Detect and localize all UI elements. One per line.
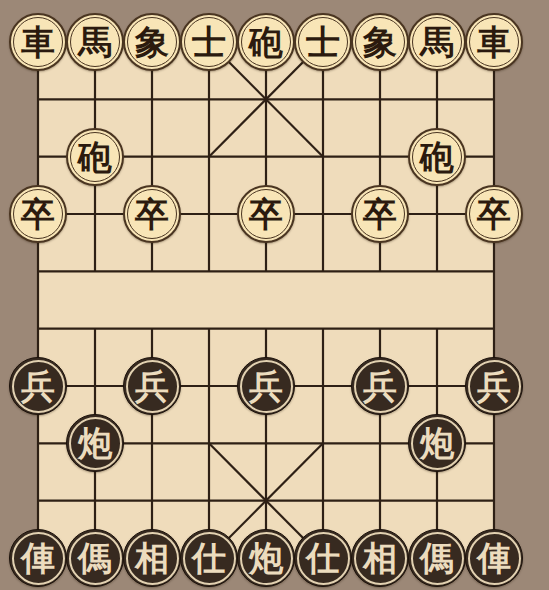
- piece-f10[interactable]: 士: [294, 13, 352, 71]
- piece-glyph: 仕: [306, 541, 340, 575]
- piece-c1[interactable]: 相: [123, 529, 181, 587]
- piece-glyph: 兵: [21, 369, 55, 403]
- piece-h8[interactable]: 砲: [408, 128, 466, 186]
- piece-i4[interactable]: 兵: [465, 357, 523, 415]
- piece-b1[interactable]: 傌: [66, 529, 124, 587]
- piece-glyph: 相: [135, 541, 169, 575]
- xiangqi-board: 車馬象士砲士象馬車砲砲卒卒卒卒卒兵兵兵兵兵炮炮俥傌相仕炮仕相傌俥: [0, 0, 549, 590]
- piece-glyph: 砲: [420, 140, 454, 174]
- piece-g1[interactable]: 相: [351, 529, 409, 587]
- piece-glyph: 卒: [249, 197, 283, 231]
- piece-glyph: 俥: [477, 541, 511, 575]
- piece-c10[interactable]: 象: [123, 13, 181, 71]
- piece-e1[interactable]: 炮: [237, 529, 295, 587]
- piece-d10[interactable]: 士: [180, 13, 238, 71]
- piece-glyph: 象: [135, 25, 169, 59]
- piece-glyph: 砲: [249, 25, 283, 59]
- piece-glyph: 兵: [135, 369, 169, 403]
- piece-glyph: 卒: [135, 197, 169, 231]
- piece-glyph: 士: [192, 25, 226, 59]
- piece-glyph: 炮: [78, 426, 112, 460]
- piece-glyph: 馬: [78, 25, 112, 59]
- piece-glyph: 兵: [477, 369, 511, 403]
- piece-glyph: 俥: [21, 541, 55, 575]
- piece-e4[interactable]: 兵: [237, 357, 295, 415]
- piece-glyph: 卒: [21, 197, 55, 231]
- piece-i1[interactable]: 俥: [465, 529, 523, 587]
- piece-b3[interactable]: 炮: [66, 414, 124, 472]
- piece-glyph: 馬: [420, 25, 454, 59]
- piece-g10[interactable]: 象: [351, 13, 409, 71]
- piece-glyph: 車: [477, 25, 511, 59]
- piece-h1[interactable]: 傌: [408, 529, 466, 587]
- piece-glyph: 炮: [420, 426, 454, 460]
- piece-glyph: 砲: [78, 140, 112, 174]
- piece-a1[interactable]: 俥: [9, 529, 67, 587]
- piece-glyph: 兵: [249, 369, 283, 403]
- piece-glyph: 傌: [78, 541, 112, 575]
- piece-a7[interactable]: 卒: [9, 185, 67, 243]
- piece-a4[interactable]: 兵: [9, 357, 67, 415]
- piece-glyph: 象: [363, 25, 397, 59]
- piece-glyph: 兵: [363, 369, 397, 403]
- piece-glyph: 車: [21, 25, 55, 59]
- piece-e7[interactable]: 卒: [237, 185, 295, 243]
- piece-h3[interactable]: 炮: [408, 414, 466, 472]
- piece-glyph: 炮: [249, 541, 283, 575]
- piece-i7[interactable]: 卒: [465, 185, 523, 243]
- piece-e10[interactable]: 砲: [237, 13, 295, 71]
- piece-a10[interactable]: 車: [9, 13, 67, 71]
- piece-d1[interactable]: 仕: [180, 529, 238, 587]
- piece-i10[interactable]: 車: [465, 13, 523, 71]
- piece-glyph: 傌: [420, 541, 454, 575]
- piece-glyph: 仕: [192, 541, 226, 575]
- piece-f1[interactable]: 仕: [294, 529, 352, 587]
- piece-c4[interactable]: 兵: [123, 357, 181, 415]
- piece-glyph: 相: [363, 541, 397, 575]
- piece-g7[interactable]: 卒: [351, 185, 409, 243]
- piece-g4[interactable]: 兵: [351, 357, 409, 415]
- piece-c7[interactable]: 卒: [123, 185, 181, 243]
- piece-b10[interactable]: 馬: [66, 13, 124, 71]
- piece-glyph: 士: [306, 25, 340, 59]
- piece-h10[interactable]: 馬: [408, 13, 466, 71]
- piece-glyph: 卒: [477, 197, 511, 231]
- pieces-layer: 車馬象士砲士象馬車砲砲卒卒卒卒卒兵兵兵兵兵炮炮俥傌相仕炮仕相傌俥: [0, 0, 549, 590]
- piece-b8[interactable]: 砲: [66, 128, 124, 186]
- piece-glyph: 卒: [363, 197, 397, 231]
